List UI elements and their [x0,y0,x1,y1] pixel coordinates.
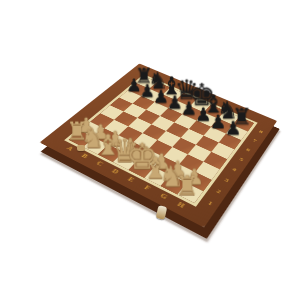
brass-latch-icon [156,205,168,220]
board-frame: ♜♞♝♛♚♝♞♜♟♟♟♟♟♟♟♟♟♟♟♟♟♟♟♟♜♞♝♛♚♝♞♜ ABCDEFG… [40,64,277,228]
brass-hinge-icon [77,145,85,151]
white-rook[interactable]: ♜ [175,173,195,200]
rank-label-8: 8 [253,125,269,138]
black-pawn[interactable]: ♟ [225,119,242,138]
product-photo: ♜♞♝♛♚♝♞♜♟♟♟♟♟♟♟♟♟♟♟♟♟♟♟♟♜♞♝♛♚♝♞♜ ABCDEFG… [0,0,285,285]
